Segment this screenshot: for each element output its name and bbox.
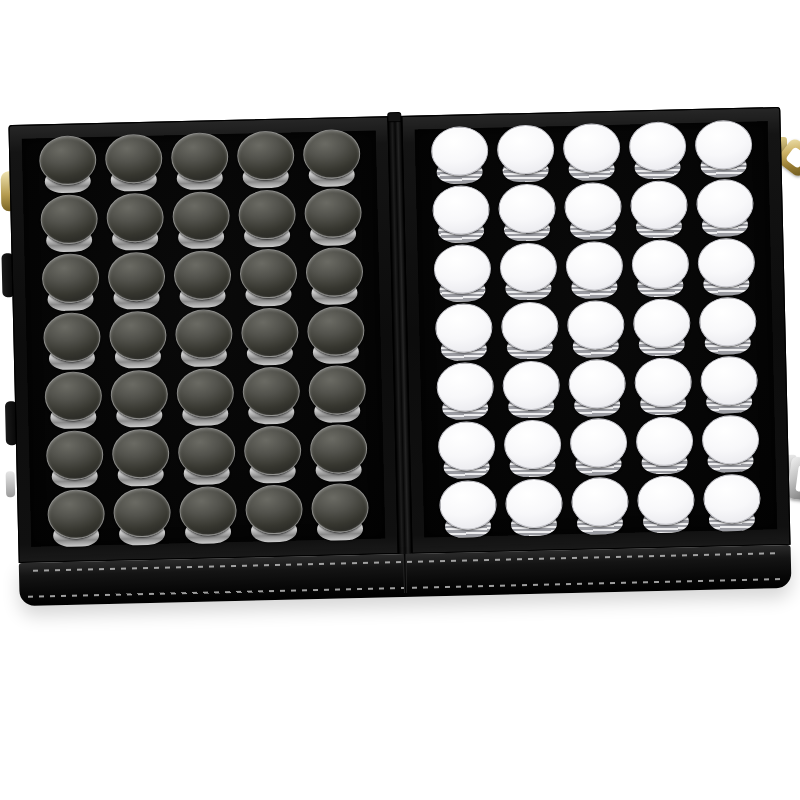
black-lid-jar xyxy=(40,253,99,312)
gold-clasp-hole xyxy=(785,146,800,168)
white-lid-jar xyxy=(636,475,695,534)
right-tray-velvet xyxy=(414,121,777,537)
white-lid-jar xyxy=(438,480,497,539)
black-lid-jar xyxy=(237,189,296,248)
black-lid-jar xyxy=(103,134,162,193)
white-lid-jar xyxy=(503,419,562,478)
black-lid-jar xyxy=(171,191,230,250)
white-lid-jar xyxy=(631,239,690,298)
display-case xyxy=(8,107,791,607)
white-lid-jar xyxy=(566,300,625,359)
right-tray xyxy=(401,107,791,554)
white-lid-jar xyxy=(699,356,758,415)
black-lid-jar xyxy=(242,425,301,484)
black-lid-jar xyxy=(308,424,367,483)
black-lid-jar xyxy=(39,194,98,253)
white-lid-jar xyxy=(629,180,688,239)
black-lid-jar xyxy=(307,365,366,424)
white-lid-jar xyxy=(565,241,624,300)
white-lid-jar xyxy=(567,359,626,418)
white-lid-jar xyxy=(504,478,563,537)
black-lid-jar xyxy=(106,252,165,311)
white-lid-jar xyxy=(431,185,490,244)
black-lid-jar xyxy=(174,309,233,368)
hinge-notch xyxy=(387,112,401,122)
white-lid-jar xyxy=(633,357,692,416)
white-lid-jar xyxy=(695,179,754,238)
black-lid-jar xyxy=(110,428,169,487)
white-lid-jar xyxy=(500,301,559,360)
black-lid-jar xyxy=(169,132,228,191)
white-lid-jar xyxy=(496,124,555,183)
white-lid-jar xyxy=(430,126,489,185)
black-lid-jar xyxy=(43,371,102,430)
white-lid-jar xyxy=(702,474,761,533)
right-jar-grid xyxy=(428,120,764,540)
black-lid-jar xyxy=(37,135,96,194)
white-lid-jar xyxy=(435,362,494,421)
white-lid-jar xyxy=(697,238,756,297)
black-lid-jar xyxy=(108,311,167,370)
white-lid-jar xyxy=(694,120,753,179)
black-lid-jar xyxy=(112,487,171,546)
black-lid-jar xyxy=(238,248,297,307)
black-lid-jar xyxy=(235,130,294,189)
black-lid-jar xyxy=(303,188,362,247)
black-lid-jar xyxy=(172,250,231,309)
white-lid-jar xyxy=(562,123,621,182)
white-lid-jar xyxy=(497,183,556,242)
black-lid-jar xyxy=(240,307,299,366)
white-lid-jar xyxy=(563,182,622,241)
black-lid-jar xyxy=(109,369,168,428)
black-lid-jar xyxy=(306,306,365,365)
white-lid-jar xyxy=(499,242,558,301)
black-lid-jar xyxy=(310,483,369,542)
black-lid-jar xyxy=(46,489,105,548)
black-lid-jar xyxy=(176,427,235,486)
left-tray-velvet xyxy=(22,131,385,547)
black-lid-jar xyxy=(244,484,303,543)
white-lid-jar xyxy=(570,477,629,536)
white-lid-jar xyxy=(701,415,760,474)
white-lid-jar xyxy=(434,303,493,362)
left-edge-silver-clasp xyxy=(6,471,16,497)
white-lid-jar xyxy=(569,418,628,477)
white-lid-jar xyxy=(698,297,757,356)
black-lid-jar xyxy=(105,193,164,252)
black-lid-jar xyxy=(42,312,101,371)
black-lid-jar xyxy=(241,366,300,425)
white-lid-jar xyxy=(628,121,687,180)
front-center-seam xyxy=(403,554,407,593)
black-lid-jar xyxy=(175,368,234,427)
black-lid-jar xyxy=(304,247,363,306)
white-lid-jar xyxy=(501,360,560,419)
silver-clasp-hole xyxy=(795,465,800,493)
white-lid-jar xyxy=(635,416,694,475)
product-photo-scene xyxy=(0,0,800,800)
black-lid-jar xyxy=(44,430,103,489)
open-case-trays xyxy=(8,107,790,563)
black-lid-jar xyxy=(301,129,360,188)
white-lid-jar xyxy=(433,244,492,303)
white-lid-jar xyxy=(632,298,691,357)
left-tray xyxy=(8,116,398,563)
left-jar-grid xyxy=(35,129,371,549)
white-lid-jar xyxy=(437,421,496,480)
black-lid-jar xyxy=(178,486,237,545)
